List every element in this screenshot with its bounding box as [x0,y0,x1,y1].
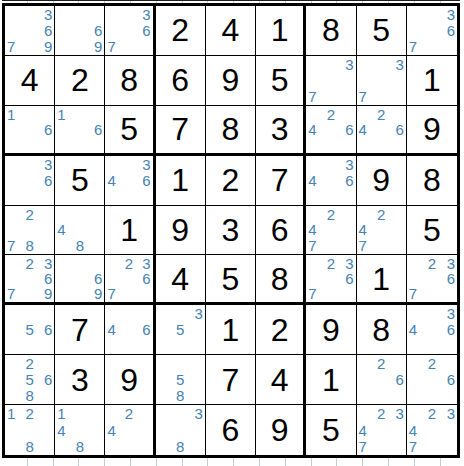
cell-r4c3[interactable]: 346 [105,156,155,206]
pencil-mark: 2 [377,406,385,421]
pencil-mark: 6 [44,173,54,188]
cell-r6c8[interactable]: 1 [357,255,407,305]
pencil-mark: 5 [176,322,184,337]
pencil-mark: 4 [306,173,316,188]
cell-r6c2[interactable]: 69 [55,255,105,305]
pencil-mark: 6 [142,23,152,38]
cell-r5c3[interactable]: 1 [105,206,155,256]
pencil-mark: 7 [5,39,15,54]
pencil-mark: 2 [377,356,385,371]
cell-value: 7 [171,113,189,145]
cell-r3c6[interactable]: 3 [256,106,306,156]
pencil-mark: 6 [44,122,54,137]
pencil-mark: 6 [44,322,54,337]
pencil-mark: 6 [142,322,152,337]
pencil-mark: 9 [94,286,104,301]
cell-r8c6[interactable]: 4 [256,355,306,405]
pencil-mark: 5 [176,372,184,387]
pencil-mark: 7 [407,286,417,301]
cell-r5c5[interactable]: 3 [206,206,256,256]
cell-r9c3[interactable]: 24 [105,405,155,455]
cell-value: 6 [171,64,189,96]
cell-value: 9 [222,64,240,96]
cell-r9c4[interactable]: 38 [156,405,206,455]
cell-r3c1[interactable]: 16 [5,106,55,156]
pencil-mark: 4 [407,423,417,438]
pencil-mark: 3 [44,256,54,271]
pencil-mark: 7 [407,39,417,54]
pencil-mark: 9 [44,39,54,54]
cell-value: 1 [423,64,441,96]
cell-r4c7[interactable]: 346 [306,156,356,206]
pencil-mark: 2 [327,107,335,122]
pencil-mark: 7 [5,286,15,301]
cell-r8c5[interactable]: 7 [206,355,256,405]
cell-r4c5[interactable]: 2 [206,156,256,206]
pencil-mark: 6 [345,271,355,286]
edge-ticks-bottom [2,458,460,466]
pencil-mark: 4 [306,122,316,137]
cell-r7c7[interactable]: 9 [306,305,356,355]
pencil-mark: 3 [345,157,355,172]
pencil-mark: 4 [357,122,367,137]
pencil-mark: 8 [25,388,33,403]
cell-r1c8[interactable]: 5 [357,6,407,56]
cell-r6c6[interactable]: 8 [256,255,306,305]
cell-r4c9[interactable]: 8 [407,156,457,206]
pencil-mark: 6 [94,23,104,38]
cell-r7c1[interactable]: 56 [5,305,55,355]
pencil-mark: 2 [327,256,335,271]
cell-r8c3[interactable]: 9 [105,355,155,405]
pencil-mark: 7 [306,238,316,253]
pencil-mark: 6 [395,122,405,137]
pencil-mark: 3 [395,406,405,421]
pencil-mark: 8 [176,388,184,403]
cell-r1c7[interactable]: 8 [306,6,356,56]
pencil-mark: 8 [25,238,33,253]
cell-r6c4[interactable]: 4 [156,255,206,305]
pencil-mark: 6 [447,271,457,286]
pencil-mark: 7 [357,89,367,104]
cell-r6c5[interactable]: 5 [206,255,256,305]
pencil-mark: 7 [306,89,316,104]
cell-value: 8 [423,164,441,196]
cell-value: 5 [71,164,89,196]
pencil-mark: 6 [447,372,457,387]
cell-r8c8[interactable]: 26 [357,355,407,405]
pencil-mark: 1 [5,406,15,421]
cell-r6c1[interactable]: 23679 [5,255,55,305]
cell-value: 8 [372,314,390,346]
pencil-mark: 7 [407,439,417,454]
cell-r5c7[interactable]: 247 [306,206,356,256]
pencil-mark: 4 [306,222,316,237]
cell-r8c7[interactable]: 1 [306,355,356,405]
pencil-mark: 7 [357,439,367,454]
cell-value: 7 [222,364,240,396]
pencil-mark: 6 [94,271,104,286]
pencil-mark: 3 [195,406,205,421]
cell-r2c4[interactable]: 6 [156,56,206,106]
cell-r9c9[interactable]: 2347 [407,405,457,455]
cell-r2c7[interactable]: 37 [306,56,356,106]
cell-r4c1[interactable]: 36 [5,156,55,206]
cell-value: 5 [322,414,340,446]
pencil-mark: 8 [25,439,33,454]
pencil-mark: 7 [306,286,316,301]
cell-r3c9[interactable]: 9 [407,106,457,156]
cell-r5c9[interactable]: 5 [407,206,457,256]
cell-r1c4[interactable]: 2 [156,6,206,56]
pencil-mark: 4 [407,322,417,337]
pencil-mark: 3 [142,7,152,22]
cell-r8c2[interactable]: 3 [55,355,105,405]
cell-r7c4[interactable]: 35 [156,305,206,355]
cell-r6c3[interactable]: 2367 [105,255,155,305]
cell-r6c9[interactable]: 2367 [407,255,457,305]
cell-value: 5 [423,214,441,246]
pencil-mark: 7 [5,238,15,253]
pencil-mark: 1 [55,406,65,421]
pencil-mark: 2 [428,406,436,421]
pencil-mark: 3 [345,57,355,72]
pencil-mark: 2 [327,207,335,222]
cell-value: 4 [171,263,189,295]
pencil-mark: 6 [142,173,152,188]
pencil-mark: 4 [55,222,65,237]
pencil-mark: 3 [395,57,405,72]
cell-r7c2[interactable]: 7 [55,305,105,355]
cell-value: 8 [120,64,138,96]
cell-r1c1[interactable]: 3679 [5,6,55,56]
pencil-mark: 3 [447,406,457,421]
pencil-mark: 4 [105,173,115,188]
pencil-mark: 2 [25,356,33,371]
cell-r9c7[interactable]: 5 [306,405,356,455]
pencil-mark: 2 [428,356,436,371]
cell-r7c8[interactable]: 8 [357,305,407,355]
pencil-mark: 2 [25,406,33,421]
cell-value: 1 [271,14,289,46]
pencil-mark: 3 [142,157,152,172]
pencil-mark: 1 [55,107,65,122]
cell-value: 9 [372,164,390,196]
cell-r8c9[interactable]: 26 [407,355,457,405]
pencil-mark: 6 [345,122,355,137]
cell-r1c6[interactable]: 1 [256,6,306,56]
pencil-mark: 4 [105,322,115,337]
cell-r3c7[interactable]: 246 [306,106,356,156]
cell-r7c3[interactable]: 46 [105,305,155,355]
cell-value: 7 [271,164,289,196]
cell-r3c3[interactable]: 5 [105,106,155,156]
cell-r1c5[interactable]: 4 [206,6,256,56]
cell-value: 3 [271,113,289,145]
pencil-mark: 3 [44,7,54,22]
pencil-mark: 6 [44,23,54,38]
cell-r5c8[interactable]: 247 [357,206,407,256]
cell-r5c1[interactable]: 278 [5,206,55,256]
cell-value: 4 [222,14,240,46]
cell-value: 4 [271,364,289,396]
cell-r3c8[interactable]: 246 [357,106,407,156]
sudoku-app: 3679693672418536742869537371161657832462… [0,0,464,466]
pencil-mark: 2 [377,107,385,122]
cell-value: 6 [222,414,240,446]
cell-value: 7 [71,314,89,346]
cell-r2c9[interactable]: 1 [407,56,457,106]
pencil-mark: 6 [395,372,405,387]
pencil-mark: 5 [25,322,33,337]
cell-r4c2[interactable]: 5 [55,156,105,206]
pencil-mark: 3 [195,306,205,321]
cell-value: 2 [271,314,289,346]
pencil-mark: 2 [25,207,33,222]
cell-value: 2 [71,64,89,96]
pencil-mark: 2 [125,256,133,271]
pencil-mark: 6 [94,122,104,137]
cell-value: 1 [372,263,390,295]
cell-value: 1 [322,364,340,396]
pencil-mark: 9 [94,39,104,54]
cell-value: 5 [120,113,138,145]
pencil-mark: 8 [176,439,184,454]
cell-r2c8[interactable]: 37 [357,56,407,106]
sudoku-board: 3679693672418536742869537371161657832462… [2,3,460,458]
pencil-mark: 6 [142,271,152,286]
cell-r7c5[interactable]: 1 [206,305,256,355]
pencil-mark: 2 [25,256,33,271]
cell-value: 8 [222,113,240,145]
cell-r6c7[interactable]: 2367 [306,255,356,305]
cell-r4c6[interactable]: 7 [256,156,306,206]
cell-value: 2 [171,14,189,46]
pencil-mark: 3 [447,256,457,271]
pencil-mark: 4 [357,423,367,438]
pencil-mark: 5 [25,372,33,387]
cell-r2c1[interactable]: 4 [5,56,55,106]
cell-r1c9[interactable]: 367 [407,6,457,56]
cell-value: 4 [21,64,39,96]
cell-r8c4[interactable]: 58 [156,355,206,405]
cell-r9c8[interactable]: 2347 [357,405,407,455]
cell-r3c2[interactable]: 16 [55,106,105,156]
cell-r5c6[interactable]: 6 [256,206,306,256]
cell-r2c3[interactable]: 8 [105,56,155,106]
cell-value: 9 [271,414,289,446]
pencil-mark: 6 [447,23,457,38]
cell-r1c3[interactable]: 367 [105,6,155,56]
cell-r3c5[interactable]: 8 [206,106,256,156]
cell-value: 6 [271,214,289,246]
pencil-mark: 4 [55,423,65,438]
pencil-mark: 1 [5,107,15,122]
cell-r2c2[interactable]: 2 [55,56,105,106]
cell-value: 3 [222,214,240,246]
pencil-mark: 3 [447,7,457,22]
cell-value: 5 [222,263,240,295]
pencil-mark: 3 [345,256,355,271]
pencil-mark: 7 [357,238,367,253]
cell-value: 8 [322,14,340,46]
pencil-mark: 2 [428,256,436,271]
cell-value: 9 [171,214,189,246]
cell-r7c6[interactable]: 2 [256,305,306,355]
pencil-mark: 4 [105,423,115,438]
cell-r9c2[interactable]: 148 [55,405,105,455]
cell-value: 9 [322,314,340,346]
pencil-mark: 7 [105,286,115,301]
pencil-mark: 3 [142,256,152,271]
cell-r3c4[interactable]: 7 [156,106,206,156]
cell-r1c2[interactable]: 69 [55,6,105,56]
pencil-mark: 6 [44,372,54,387]
pencil-mark: 6 [44,271,54,286]
cell-value: 5 [271,64,289,96]
pencil-mark: 8 [76,439,84,454]
pencil-mark: 4 [357,222,367,237]
pencil-mark: 6 [345,173,355,188]
cell-r4c4[interactable]: 1 [156,156,206,206]
pencil-mark: 9 [44,286,54,301]
cell-value: 1 [120,214,138,246]
pencil-mark: 2 [377,207,385,222]
cell-value: 8 [271,263,289,295]
cell-r9c6[interactable]: 9 [256,405,306,455]
cell-r5c4[interactable]: 9 [156,206,206,256]
cell-r9c1[interactable]: 128 [5,405,55,455]
cell-r2c6[interactable]: 5 [256,56,306,106]
cell-r9c5[interactable]: 6 [206,405,256,455]
cell-r4c8[interactable]: 9 [357,156,407,206]
cell-r8c1[interactable]: 2568 [5,355,55,405]
pencil-mark: 2 [125,406,133,421]
cell-r7c9[interactable]: 346 [407,305,457,355]
cell-value: 5 [372,14,390,46]
pencil-mark: 8 [76,238,84,253]
pencil-mark: 3 [44,157,54,172]
cell-value: 1 [222,314,240,346]
pencil-mark: 3 [447,306,457,321]
cell-value: 2 [222,164,240,196]
cell-value: 9 [423,113,441,145]
cell-value: 1 [171,164,189,196]
cell-value: 3 [71,364,89,396]
cell-r5c2[interactable]: 48 [55,206,105,256]
cell-value: 9 [120,364,138,396]
cell-r2c5[interactable]: 9 [206,56,256,106]
pencil-mark: 6 [447,322,457,337]
pencil-mark: 7 [105,39,115,54]
